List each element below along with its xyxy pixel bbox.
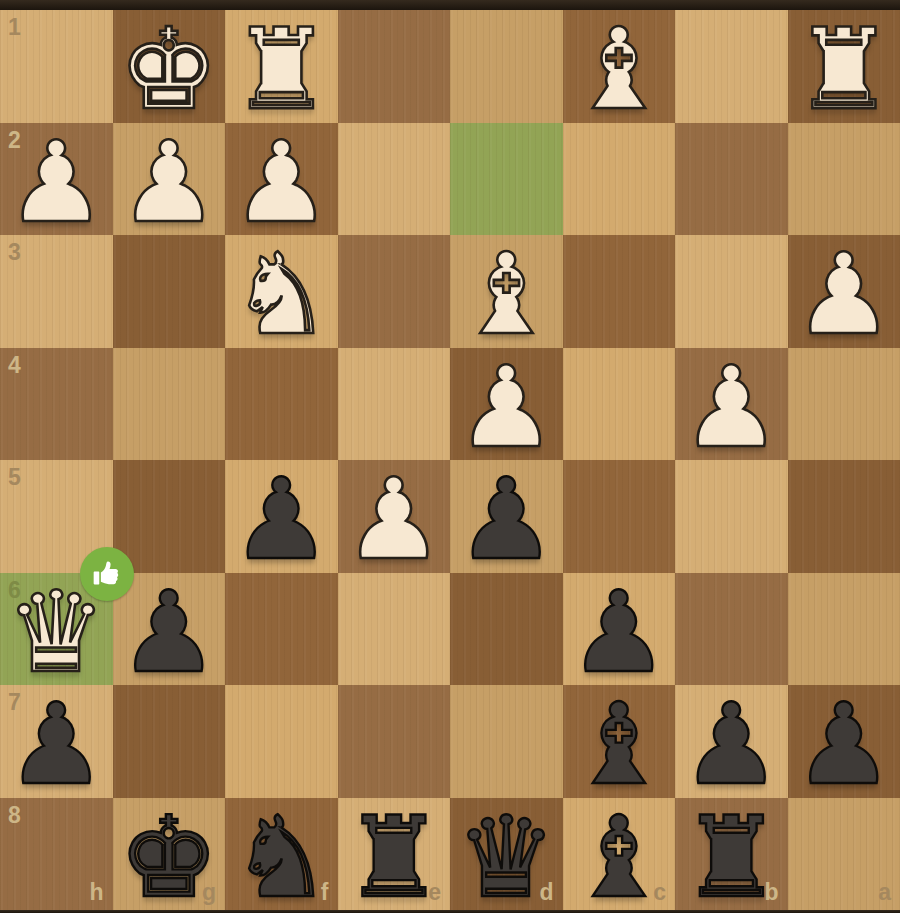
piece-white-pawn-f2[interactable]: ♟	[225, 126, 338, 239]
square-f4[interactable]	[225, 348, 338, 461]
piece-black-queen-d8[interactable]: ♛	[450, 801, 563, 913]
square-a6[interactable]	[788, 573, 900, 686]
square-b1[interactable]	[675, 10, 788, 123]
square-e2[interactable]	[338, 123, 451, 236]
square-a8[interactable]: a	[788, 798, 900, 911]
square-g7[interactable]	[113, 685, 226, 798]
chess-board[interactable]: 1♚♜♝♜♟2♟♟3♞♝♟4♟♟5♟♟♟♛6♟♟♟7♝♟♟8h♚g♞f♜e♛d♝…	[0, 10, 900, 910]
piece-black-pawn-g6[interactable]: ♟	[113, 576, 226, 689]
piece-white-rook-f1[interactable]: ♜	[225, 13, 338, 126]
square-c2[interactable]	[563, 123, 676, 236]
square-a2[interactable]	[788, 123, 900, 236]
square-f6[interactable]	[225, 573, 338, 686]
square-c5[interactable]	[563, 460, 676, 573]
piece-black-rook-b8[interactable]: ♜	[675, 801, 788, 913]
piece-white-pawn-a3[interactable]: ♟	[788, 238, 900, 351]
piece-white-pawn-b4[interactable]: ♟	[675, 351, 788, 464]
square-h7[interactable]: ♟7	[0, 685, 113, 798]
square-d2[interactable]	[450, 123, 563, 236]
square-e4[interactable]	[338, 348, 451, 461]
piece-white-bishop-d3[interactable]: ♝	[450, 238, 563, 351]
square-d7[interactable]	[450, 685, 563, 798]
piece-black-pawn-f5[interactable]: ♟	[225, 463, 338, 576]
square-h1[interactable]: 1	[0, 10, 113, 123]
piece-white-pawn-d4[interactable]: ♟	[450, 351, 563, 464]
square-c6[interactable]: ♟	[563, 573, 676, 686]
square-c3[interactable]	[563, 235, 676, 348]
file-label-h: h	[89, 879, 103, 906]
piece-black-rook-e8[interactable]: ♜	[338, 801, 451, 913]
piece-black-pawn-a7[interactable]: ♟	[788, 688, 900, 801]
piece-white-pawn-e5[interactable]: ♟	[338, 463, 451, 576]
square-f1[interactable]: ♜	[225, 10, 338, 123]
piece-white-rook-a1[interactable]: ♜	[788, 13, 900, 126]
piece-black-knight-f8[interactable]: ♞	[225, 801, 338, 913]
square-h8[interactable]: 8h	[0, 798, 113, 911]
square-c1[interactable]: ♝	[563, 10, 676, 123]
square-d3[interactable]: ♝	[450, 235, 563, 348]
square-g5[interactable]	[113, 460, 226, 573]
square-d4[interactable]: ♟	[450, 348, 563, 461]
square-g6[interactable]: ♟	[113, 573, 226, 686]
square-a4[interactable]	[788, 348, 900, 461]
square-b7[interactable]: ♟	[675, 685, 788, 798]
square-b2[interactable]	[675, 123, 788, 236]
piece-black-pawn-d5[interactable]: ♟	[450, 463, 563, 576]
square-g3[interactable]	[113, 235, 226, 348]
square-d5[interactable]: ♟	[450, 460, 563, 573]
square-h4[interactable]: 4	[0, 348, 113, 461]
piece-white-bishop-c1[interactable]: ♝	[563, 13, 676, 126]
rank-label-4: 4	[8, 352, 21, 379]
piece-black-king-g8[interactable]: ♚	[113, 801, 226, 913]
square-b6[interactable]	[675, 573, 788, 686]
piece-black-bishop-c8[interactable]: ♝	[563, 801, 676, 913]
square-e6[interactable]	[338, 573, 451, 686]
square-f8[interactable]: ♞f	[225, 798, 338, 911]
piece-white-pawn-h2[interactable]: ♟	[0, 126, 113, 239]
good-move-badge	[80, 547, 134, 601]
square-g2[interactable]: ♟	[113, 123, 226, 236]
square-d1[interactable]	[450, 10, 563, 123]
square-e8[interactable]: ♜e	[338, 798, 451, 911]
square-g8[interactable]: ♚g	[113, 798, 226, 911]
square-e3[interactable]	[338, 235, 451, 348]
square-h2[interactable]: ♟2	[0, 123, 113, 236]
square-a7[interactable]: ♟	[788, 685, 900, 798]
square-b5[interactable]	[675, 460, 788, 573]
square-a1[interactable]: ♜	[788, 10, 900, 123]
square-g1[interactable]: ♚	[113, 10, 226, 123]
rank-label-5: 5	[8, 464, 21, 491]
square-b8[interactable]: ♜b	[675, 798, 788, 911]
square-f5[interactable]: ♟	[225, 460, 338, 573]
square-f7[interactable]	[225, 685, 338, 798]
square-c8[interactable]: ♝c	[563, 798, 676, 911]
piece-white-knight-f3[interactable]: ♞	[225, 238, 338, 351]
square-d8[interactable]: ♛d	[450, 798, 563, 911]
thumbs-up-icon	[91, 558, 123, 590]
square-e7[interactable]	[338, 685, 451, 798]
file-label-a: a	[878, 879, 891, 906]
square-c7[interactable]: ♝	[563, 685, 676, 798]
square-e1[interactable]	[338, 10, 451, 123]
piece-black-pawn-b7[interactable]: ♟	[675, 688, 788, 801]
piece-white-king-g1[interactable]: ♚	[113, 13, 226, 126]
rank-label-1: 1	[8, 14, 21, 41]
square-a5[interactable]	[788, 460, 900, 573]
piece-black-pawn-h7[interactable]: ♟	[0, 688, 113, 801]
square-c4[interactable]	[563, 348, 676, 461]
piece-white-pawn-g2[interactable]: ♟	[113, 126, 226, 239]
piece-black-bishop-c7[interactable]: ♝	[563, 688, 676, 801]
square-e5[interactable]: ♟	[338, 460, 451, 573]
square-b4[interactable]: ♟	[675, 348, 788, 461]
square-g4[interactable]	[113, 348, 226, 461]
square-h3[interactable]: 3	[0, 235, 113, 348]
square-d6[interactable]	[450, 573, 563, 686]
square-f2[interactable]: ♟	[225, 123, 338, 236]
piece-black-pawn-c6[interactable]: ♟	[563, 576, 676, 689]
square-f3[interactable]: ♞	[225, 235, 338, 348]
square-a3[interactable]: ♟	[788, 235, 900, 348]
square-b3[interactable]	[675, 235, 788, 348]
